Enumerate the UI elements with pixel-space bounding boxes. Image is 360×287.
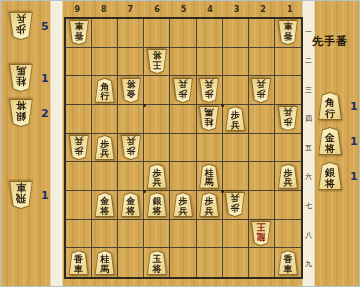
shogi-app: 987654321 一二三四五六七八九 香車香車王将角行金将歩兵歩兵歩兵桂馬歩兵…	[0, 0, 360, 287]
shogi-piece-歩兵[interactable]: 歩兵	[172, 78, 194, 103]
sente-hand-金将[interactable]: 金将1	[313, 124, 359, 158]
shogi-piece-歩兵[interactable]: 歩兵	[68, 135, 90, 160]
board-square-3-5[interactable]	[223, 134, 249, 163]
board-square-4-9[interactable]	[197, 248, 223, 277]
shogi-piece-金将[interactable]: 金将	[317, 127, 343, 155]
shogi-piece-金将[interactable]: 金将	[120, 78, 142, 103]
gote-hand-飛車[interactable]: 飛車1	[4, 178, 50, 212]
board-square-8-7[interactable]: 金将	[92, 191, 118, 220]
board-square-1-7[interactable]	[275, 191, 301, 220]
shogi-piece-桂馬[interactable]: 桂馬	[94, 250, 116, 275]
board-square-3-4[interactable]: 歩兵	[223, 105, 249, 134]
board-square-5-2[interactable]	[170, 48, 196, 77]
board-square-9-8[interactable]	[66, 220, 92, 249]
board-square-2-6[interactable]	[249, 162, 275, 191]
board-square-8-9[interactable]: 桂馬	[92, 248, 118, 277]
sente-hand-銀将[interactable]: 銀将1	[313, 159, 359, 193]
piece-kanji: 歩兵	[224, 192, 246, 217]
file-label: 4	[197, 3, 224, 16]
board-square-4-3[interactable]: 歩兵	[197, 76, 223, 105]
board-square-5-9[interactable]	[170, 248, 196, 277]
board-square-3-3[interactable]	[223, 76, 249, 105]
hand-count: 1	[350, 170, 358, 183]
shogi-piece-金将[interactable]: 金将	[120, 192, 142, 217]
rank-label: 九	[302, 250, 315, 279]
board-square-7-4[interactable]	[118, 105, 144, 134]
piece-kanji: 歩兵	[120, 135, 142, 160]
board-square-5-4[interactable]	[170, 105, 196, 134]
piece-kanji: 銀将	[146, 192, 168, 217]
piece-kanji: 歩兵	[172, 192, 194, 217]
file-coordinates: 987654321	[64, 3, 303, 16]
board-square-3-6[interactable]	[223, 162, 249, 191]
shogi-piece-歩兵[interactable]: 歩兵	[277, 164, 299, 189]
piece-kanji: 歩兵	[250, 78, 272, 103]
piece-kanji: 香車	[68, 250, 90, 275]
board-square-6-5[interactable]	[144, 134, 170, 163]
turn-indicator: 先手番	[312, 34, 358, 49]
piece-kanji: 龍王	[250, 221, 272, 246]
gote-hand-桂馬[interactable]: 桂馬1	[4, 61, 50, 95]
piece-kanji: 金将	[120, 78, 142, 103]
hand-count: 1	[350, 135, 358, 148]
hand-count: 1	[350, 100, 358, 113]
piece-kanji: 桂馬	[8, 64, 34, 92]
shogi-piece-玉将[interactable]: 玉将	[146, 250, 168, 275]
board-square-3-7[interactable]: 歩兵	[223, 191, 249, 220]
board-square-6-6[interactable]: 歩兵	[144, 162, 170, 191]
piece-kanji: 金将	[94, 192, 116, 217]
board-square-1-6[interactable]: 歩兵	[275, 162, 301, 191]
board-square-8-2[interactable]	[92, 48, 118, 77]
board-square-4-4[interactable]: 桂馬	[197, 105, 223, 134]
hand-count: 2	[41, 107, 49, 120]
board-square-3-9[interactable]	[223, 248, 249, 277]
file-label: 1	[276, 3, 303, 16]
hand-count: 1	[41, 189, 49, 202]
piece-kanji: 玉将	[146, 250, 168, 275]
gote-hand-銀将[interactable]: 銀将2	[4, 96, 50, 130]
shogi-piece-桂馬[interactable]: 桂馬	[8, 64, 34, 92]
board-square-8-3[interactable]: 角行	[92, 76, 118, 105]
shogi-piece-桂馬[interactable]: 桂馬	[198, 164, 220, 189]
board-square-5-1[interactable]	[170, 19, 196, 48]
board-square-2-5[interactable]	[249, 134, 275, 163]
file-label: 8	[91, 3, 118, 16]
board-square-8-5[interactable]: 歩兵	[92, 134, 118, 163]
file-label: 2	[250, 3, 277, 16]
file-label: 6	[144, 3, 171, 16]
file-label: 3	[223, 3, 250, 16]
board-square-3-2[interactable]	[223, 48, 249, 77]
gote-hand-歩兵[interactable]: 歩兵5	[4, 9, 50, 43]
board-square-9-6[interactable]	[66, 162, 92, 191]
board-square-6-3[interactable]	[144, 76, 170, 105]
shogi-piece-銀将[interactable]: 銀将	[146, 192, 168, 217]
board-square-7-1[interactable]	[118, 19, 144, 48]
shogi-piece-香車[interactable]: 香車	[68, 250, 90, 275]
board-square-4-6[interactable]: 桂馬	[197, 162, 223, 191]
piece-kanji: 金将	[317, 127, 343, 155]
board-square-4-7[interactable]: 歩兵	[197, 191, 223, 220]
shogi-piece-龍王[interactable]: 龍王	[250, 221, 272, 246]
piece-kanji: 王将	[146, 49, 168, 74]
shogi-piece-香車[interactable]: 香車	[68, 20, 90, 45]
board-square-4-1[interactable]	[197, 19, 223, 48]
board-square-4-8[interactable]	[197, 220, 223, 249]
piece-kanji: 桂馬	[198, 164, 220, 189]
shogi-piece-歩兵[interactable]: 歩兵	[172, 192, 194, 217]
shogi-piece-歩兵[interactable]: 歩兵	[224, 106, 246, 131]
piece-kanji: 角行	[317, 92, 343, 120]
board-square-8-4[interactable]	[92, 105, 118, 134]
rank-label: 七	[302, 192, 315, 221]
board-square-7-2[interactable]	[118, 48, 144, 77]
hand-count: 1	[41, 72, 49, 85]
piece-kanji: 角行	[94, 78, 116, 103]
board-square-6-9[interactable]: 玉将	[144, 248, 170, 277]
board-square-3-8[interactable]	[223, 220, 249, 249]
piece-kanji: 香車	[277, 20, 299, 45]
board-square-2-3[interactable]: 歩兵	[249, 76, 275, 105]
board-square-3-1[interactable]	[223, 19, 249, 48]
piece-kanji: 金将	[120, 192, 142, 217]
shogi-piece-歩兵[interactable]: 歩兵	[94, 135, 116, 160]
piece-kanji: 歩兵	[68, 135, 90, 160]
piece-kanji: 歩兵	[277, 106, 299, 131]
piece-kanji: 歩兵	[198, 78, 220, 103]
board-square-2-9[interactable]	[249, 248, 275, 277]
board-square-1-2[interactable]	[275, 48, 301, 77]
shogi-piece-銀将[interactable]: 銀将	[8, 99, 34, 127]
piece-kanji: 桂馬	[198, 106, 220, 131]
shogi-piece-歩兵[interactable]: 歩兵	[146, 164, 168, 189]
board-square-9-9[interactable]: 香車	[66, 248, 92, 277]
board-square-2-8[interactable]: 龍王	[249, 220, 275, 249]
board-square-9-3[interactable]	[66, 76, 92, 105]
board-square-6-7[interactable]: 銀将	[144, 191, 170, 220]
shogi-piece-王将[interactable]: 王将	[146, 49, 168, 74]
shogi-piece-桂馬[interactable]: 桂馬	[198, 106, 220, 131]
board-square-5-5[interactable]	[170, 134, 196, 163]
left-divider-strip	[50, 1, 63, 286]
shogi-piece-歩兵[interactable]: 歩兵	[224, 192, 246, 217]
board-square-8-1[interactable]	[92, 19, 118, 48]
board-square-5-7[interactable]: 歩兵	[170, 191, 196, 220]
board-square-7-5[interactable]: 歩兵	[118, 134, 144, 163]
shogi-piece-角行[interactable]: 角行	[94, 78, 116, 103]
board-square-5-6[interactable]	[170, 162, 196, 191]
board-square-4-2[interactable]	[197, 48, 223, 77]
board-square-9-4[interactable]	[66, 105, 92, 134]
piece-kanji: 銀将	[317, 162, 343, 190]
board-square-9-7[interactable]	[66, 191, 92, 220]
board-square-8-6[interactable]	[92, 162, 118, 191]
shogi-piece-香車[interactable]: 香車	[277, 20, 299, 45]
piece-kanji: 桂馬	[94, 250, 116, 275]
star-point	[221, 104, 224, 107]
file-label: 5	[170, 3, 197, 16]
piece-kanji: 歩兵	[198, 192, 220, 217]
board-square-7-9[interactable]	[118, 248, 144, 277]
shogi-piece-歩兵[interactable]: 歩兵	[198, 192, 220, 217]
star-point	[143, 190, 146, 193]
gote-captured-stand: 歩兵5桂馬1銀将2飛車1	[4, 9, 50, 213]
board-square-9-5[interactable]: 歩兵	[66, 134, 92, 163]
board-square-8-8[interactable]	[92, 220, 118, 249]
shogi-piece-角行[interactable]: 角行	[317, 92, 343, 120]
shogi-piece-銀将[interactable]: 銀将	[317, 162, 343, 190]
board-square-1-9[interactable]: 香車	[275, 248, 301, 277]
board-square-9-2[interactable]	[66, 48, 92, 77]
board-square-6-2[interactable]: 王将	[144, 48, 170, 77]
rank-label: 二	[302, 46, 315, 75]
board-square-1-8[interactable]	[275, 220, 301, 249]
piece-kanji: 歩兵	[94, 135, 116, 160]
board-square-7-6[interactable]	[118, 162, 144, 191]
board-square-2-1[interactable]	[249, 19, 275, 48]
star-point	[143, 104, 146, 107]
board-square-2-4[interactable]	[249, 105, 275, 134]
sente-hand-角行[interactable]: 角行1	[313, 89, 359, 123]
piece-kanji: 歩兵	[277, 164, 299, 189]
piece-kanji: 香車	[277, 250, 299, 275]
star-point	[221, 190, 224, 193]
shogi-piece-歩兵[interactable]: 歩兵	[8, 12, 34, 40]
piece-kanji: 歩兵	[146, 164, 168, 189]
board-square-5-3[interactable]: 歩兵	[170, 76, 196, 105]
board-square-2-7[interactable]	[249, 191, 275, 220]
shogi-piece-金将[interactable]: 金将	[94, 192, 116, 217]
piece-kanji: 銀将	[8, 99, 34, 127]
piece-kanji: 香車	[68, 20, 90, 45]
rank-label: 八	[302, 221, 315, 250]
piece-kanji: 歩兵	[224, 106, 246, 131]
board-square-1-5[interactable]	[275, 134, 301, 163]
board-square-4-5[interactable]	[197, 134, 223, 163]
shogi-piece-歩兵[interactable]: 歩兵	[250, 78, 272, 103]
board-square-1-1[interactable]: 香車	[275, 19, 301, 48]
board-square-6-1[interactable]	[144, 19, 170, 48]
file-label: 7	[117, 3, 144, 16]
board-square-1-4[interactable]: 歩兵	[275, 105, 301, 134]
shogi-piece-飛車[interactable]: 飛車	[8, 181, 34, 209]
shogi-piece-歩兵[interactable]: 歩兵	[120, 135, 142, 160]
board-square-6-8[interactable]	[144, 220, 170, 249]
shogi-piece-歩兵[interactable]: 歩兵	[277, 106, 299, 131]
piece-kanji: 歩兵	[172, 78, 194, 103]
file-label: 9	[64, 3, 91, 16]
board-square-2-2[interactable]	[249, 48, 275, 77]
piece-kanji: 飛車	[8, 181, 34, 209]
shogi-piece-香車[interactable]: 香車	[277, 250, 299, 275]
board-square-9-1[interactable]: 香車	[66, 19, 92, 48]
board-square-7-7[interactable]: 金将	[118, 191, 144, 220]
board-square-5-8[interactable]	[170, 220, 196, 249]
hand-count: 5	[41, 20, 49, 33]
board-square-6-4[interactable]	[144, 105, 170, 134]
board-square-7-8[interactable]	[118, 220, 144, 249]
shogi-board: 香車香車王将角行金将歩兵歩兵歩兵桂馬歩兵歩兵歩兵歩兵歩兵歩兵桂馬歩兵金将金将銀将…	[64, 17, 303, 279]
sente-captured-stand: 角行1金将1銀将1	[313, 89, 359, 194]
board-square-1-3[interactable]	[275, 76, 301, 105]
piece-kanji: 歩兵	[8, 12, 34, 40]
shogi-piece-歩兵[interactable]: 歩兵	[198, 78, 220, 103]
board-square-7-3[interactable]: 金将	[118, 76, 144, 105]
